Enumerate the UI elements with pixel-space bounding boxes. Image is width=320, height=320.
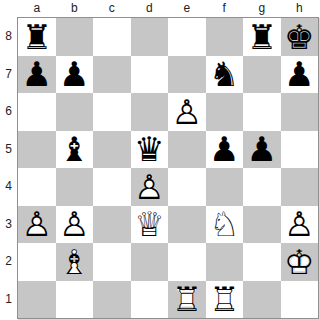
piece-fill-white-rook: ♜: [207, 282, 242, 317]
square-h6[interactable]: [281, 93, 319, 131]
rank-label-6: 6: [0, 93, 17, 131]
square-h3[interactable]: ♟♙: [281, 206, 319, 244]
square-h4[interactable]: [281, 168, 319, 206]
chess-board: ♜♜♚♟♟♞♟♟♙♝♛♟♟♟♙♟♙♟♙♛♕♞♘♟♙♝♗♚♔♜♖♜♖: [17, 17, 319, 319]
square-h2[interactable]: ♚♔: [281, 243, 319, 281]
rank-label-7: 7: [0, 56, 17, 94]
square-b2[interactable]: ♝♗: [56, 243, 94, 281]
piece-black-pawn[interactable]: ♟: [18, 56, 56, 94]
piece-white-pawn[interactable]: ♙: [168, 93, 206, 131]
file-label-d: d: [131, 0, 169, 17]
square-c5[interactable]: [93, 131, 131, 169]
square-e1[interactable]: ♜♖: [168, 281, 206, 319]
file-label-h: h: [281, 0, 319, 17]
square-e4[interactable]: [168, 168, 206, 206]
square-g2[interactable]: [243, 243, 281, 281]
file-label-b: b: [56, 0, 94, 17]
piece-white-knight[interactable]: ♘: [206, 206, 244, 244]
square-d8[interactable]: [131, 18, 169, 56]
rank-label-8: 8: [0, 18, 17, 56]
square-a5[interactable]: [18, 131, 56, 169]
piece-black-pawn[interactable]: ♟: [281, 56, 319, 94]
square-a7[interactable]: ♟: [18, 56, 56, 94]
square-g5[interactable]: ♟: [243, 131, 281, 169]
piece-fill-white-rook: ♜: [169, 282, 204, 317]
piece-white-bishop[interactable]: ♗: [56, 243, 94, 281]
piece-black-bishop[interactable]: ♝: [56, 131, 94, 169]
square-c6[interactable]: [93, 93, 131, 131]
piece-white-pawn[interactable]: ♙: [18, 206, 56, 244]
square-b4[interactable]: [56, 168, 94, 206]
square-g8[interactable]: ♜: [243, 18, 281, 56]
square-d5[interactable]: ♛: [131, 131, 169, 169]
file-label-g: g: [243, 0, 281, 17]
square-e7[interactable]: [168, 56, 206, 94]
square-c8[interactable]: [93, 18, 131, 56]
square-e8[interactable]: [168, 18, 206, 56]
square-f1[interactable]: ♜♖: [206, 281, 244, 319]
square-g4[interactable]: [243, 168, 281, 206]
piece-white-rook[interactable]: ♖: [206, 281, 244, 319]
file-labels: abcdefgh: [18, 0, 318, 17]
square-a2[interactable]: [18, 243, 56, 281]
square-c7[interactable]: [93, 56, 131, 94]
square-d3[interactable]: ♛♕: [131, 206, 169, 244]
square-g1[interactable]: [243, 281, 281, 319]
square-b5[interactable]: ♝: [56, 131, 94, 169]
square-f2[interactable]: [206, 243, 244, 281]
square-b3[interactable]: ♟♙: [56, 206, 94, 244]
square-g3[interactable]: [243, 206, 281, 244]
square-c2[interactable]: [93, 243, 131, 281]
piece-fill-white-pawn: ♟: [282, 207, 317, 242]
square-a3[interactable]: ♟♙: [18, 206, 56, 244]
piece-white-pawn[interactable]: ♙: [131, 168, 169, 206]
square-d2[interactable]: [131, 243, 169, 281]
piece-black-pawn[interactable]: ♟: [56, 56, 94, 94]
chess-diagram: abcdefgh 87654321 ♜♜♚♟♟♞♟♟♙♝♛♟♟♟♙♟♙♟♙♛♕♞…: [0, 0, 320, 320]
square-f4[interactable]: [206, 168, 244, 206]
piece-black-rook[interactable]: ♜: [18, 18, 56, 56]
file-label-e: e: [168, 0, 206, 17]
square-f6[interactable]: [206, 93, 244, 131]
square-e3[interactable]: [168, 206, 206, 244]
square-b8[interactable]: [56, 18, 94, 56]
piece-white-pawn[interactable]: ♙: [281, 206, 319, 244]
piece-white-rook[interactable]: ♖: [168, 281, 206, 319]
piece-fill-white-knight: ♞: [207, 207, 242, 242]
square-a1[interactable]: [18, 281, 56, 319]
piece-white-queen[interactable]: ♕: [131, 206, 169, 244]
piece-black-rook[interactable]: ♜: [243, 18, 281, 56]
square-e6[interactable]: ♟♙: [168, 93, 206, 131]
square-h7[interactable]: ♟: [281, 56, 319, 94]
piece-fill-white-pawn: ♟: [169, 94, 204, 129]
piece-black-queen[interactable]: ♛: [131, 131, 169, 169]
square-c1[interactable]: [93, 281, 131, 319]
piece-fill-white-pawn: ♟: [19, 207, 54, 242]
square-d4[interactable]: ♟♙: [131, 168, 169, 206]
square-d1[interactable]: [131, 281, 169, 319]
piece-black-pawn[interactable]: ♟: [206, 131, 244, 169]
square-f5[interactable]: ♟: [206, 131, 244, 169]
square-h1[interactable]: [281, 281, 319, 319]
square-e5[interactable]: [168, 131, 206, 169]
square-c4[interactable]: [93, 168, 131, 206]
piece-black-knight[interactable]: ♞: [206, 56, 244, 94]
piece-white-pawn[interactable]: ♙: [56, 206, 94, 244]
square-g6[interactable]: [243, 93, 281, 131]
square-a4[interactable]: [18, 168, 56, 206]
square-f3[interactable]: ♞♘: [206, 206, 244, 244]
piece-fill-white-pawn: ♟: [57, 207, 92, 242]
square-a6[interactable]: [18, 93, 56, 131]
file-label-c: c: [93, 0, 131, 17]
square-e2[interactable]: [168, 243, 206, 281]
square-b7[interactable]: ♟: [56, 56, 94, 94]
square-c3[interactable]: [93, 206, 131, 244]
piece-fill-white-pawn: ♟: [132, 169, 167, 204]
piece-fill-white-bishop: ♝: [57, 244, 92, 279]
square-g7[interactable]: [243, 56, 281, 94]
square-b6[interactable]: [56, 93, 94, 131]
piece-fill-white-king: ♚: [282, 244, 317, 279]
piece-black-pawn[interactable]: ♟: [243, 131, 281, 169]
square-b1[interactable]: [56, 281, 94, 319]
piece-fill-white-queen: ♛: [132, 207, 167, 242]
file-label-a: a: [18, 0, 56, 17]
rank-label-3: 3: [0, 206, 17, 244]
rank-label-2: 2: [0, 243, 17, 281]
square-f8[interactable]: [206, 18, 244, 56]
rank-labels: 87654321: [0, 18, 17, 318]
file-label-f: f: [206, 0, 244, 17]
rank-label-5: 5: [0, 131, 17, 169]
square-h8[interactable]: ♚: [281, 18, 319, 56]
square-d7[interactable]: [131, 56, 169, 94]
square-a8[interactable]: ♜: [18, 18, 56, 56]
piece-white-king[interactable]: ♔: [281, 243, 319, 281]
square-h5[interactable]: [281, 131, 319, 169]
square-f7[interactable]: ♞: [206, 56, 244, 94]
rank-label-1: 1: [0, 281, 17, 319]
piece-black-king[interactable]: ♚: [281, 18, 319, 56]
rank-label-4: 4: [0, 168, 17, 206]
square-d6[interactable]: [131, 93, 169, 131]
